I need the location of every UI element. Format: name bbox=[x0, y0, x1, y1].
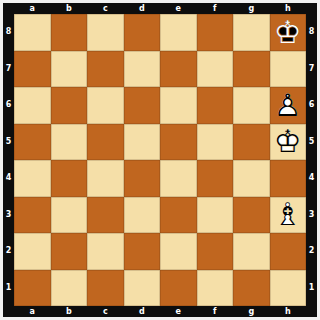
square-h5[interactable]: ♚♔ bbox=[270, 124, 307, 161]
square-a4[interactable] bbox=[14, 160, 51, 197]
square-b1[interactable] bbox=[51, 270, 88, 307]
piece-white-king[interactable]: ♚♔ bbox=[270, 124, 307, 161]
file-labels-bottom: abcdefgh bbox=[14, 306, 306, 317]
rank-label-left-4: 4 bbox=[3, 160, 14, 197]
square-f1[interactable] bbox=[197, 270, 234, 307]
file-label-bottom-f: f bbox=[197, 306, 234, 317]
square-a3[interactable] bbox=[14, 197, 51, 234]
square-f4[interactable] bbox=[197, 160, 234, 197]
square-c7[interactable] bbox=[87, 51, 124, 88]
rank-label-left-7: 7 bbox=[3, 51, 14, 88]
file-label-top-c: c bbox=[87, 3, 124, 14]
rank-label-left-2: 2 bbox=[3, 233, 14, 270]
square-d7[interactable] bbox=[124, 51, 161, 88]
square-g4[interactable] bbox=[233, 160, 270, 197]
white-bishop-glyph-detail: ♗ bbox=[274, 199, 302, 230]
file-label-bottom-b: b bbox=[51, 306, 88, 317]
square-g3[interactable] bbox=[233, 197, 270, 234]
file-label-bottom-c: c bbox=[87, 306, 124, 317]
square-b8[interactable] bbox=[51, 14, 88, 51]
piece-white-pawn[interactable]: ♟♙ bbox=[270, 87, 307, 124]
file-label-top-h: h bbox=[270, 3, 307, 14]
file-label-bottom-d: d bbox=[124, 306, 161, 317]
rank-label-right-3: 3 bbox=[306, 197, 317, 234]
square-b3[interactable] bbox=[51, 197, 88, 234]
square-e2[interactable] bbox=[160, 233, 197, 270]
square-b6[interactable] bbox=[51, 87, 88, 124]
file-label-bottom-e: e bbox=[160, 306, 197, 317]
square-d6[interactable] bbox=[124, 87, 161, 124]
square-g6[interactable] bbox=[233, 87, 270, 124]
rank-labels-right: 87654321 bbox=[306, 14, 317, 306]
square-a5[interactable] bbox=[14, 124, 51, 161]
square-g8[interactable] bbox=[233, 14, 270, 51]
square-a2[interactable] bbox=[14, 233, 51, 270]
square-e7[interactable] bbox=[160, 51, 197, 88]
rank-label-right-6: 6 bbox=[306, 87, 317, 124]
rank-labels-left: 87654321 bbox=[3, 14, 14, 306]
square-b7[interactable] bbox=[51, 51, 88, 88]
square-h1[interactable] bbox=[270, 270, 307, 307]
square-b4[interactable] bbox=[51, 160, 88, 197]
rank-label-right-4: 4 bbox=[306, 160, 317, 197]
square-a8[interactable] bbox=[14, 14, 51, 51]
square-f5[interactable] bbox=[197, 124, 234, 161]
rank-label-right-7: 7 bbox=[306, 51, 317, 88]
square-e3[interactable] bbox=[160, 197, 197, 234]
square-c8[interactable] bbox=[87, 14, 124, 51]
square-e4[interactable] bbox=[160, 160, 197, 197]
square-b2[interactable] bbox=[51, 233, 88, 270]
square-c1[interactable] bbox=[87, 270, 124, 307]
rank-label-right-1: 1 bbox=[306, 270, 317, 307]
file-label-top-e: e bbox=[160, 3, 197, 14]
square-g1[interactable] bbox=[233, 270, 270, 307]
square-h3[interactable]: ♝♗ bbox=[270, 197, 307, 234]
square-f6[interactable] bbox=[197, 87, 234, 124]
rank-label-right-5: 5 bbox=[306, 124, 317, 161]
square-h4[interactable] bbox=[270, 160, 307, 197]
file-label-bottom-g: g bbox=[233, 306, 270, 317]
piece-black-king[interactable]: ♚♔ bbox=[270, 14, 307, 51]
square-d5[interactable] bbox=[124, 124, 161, 161]
square-e6[interactable] bbox=[160, 87, 197, 124]
square-d1[interactable] bbox=[124, 270, 161, 307]
square-d8[interactable] bbox=[124, 14, 161, 51]
file-labels-top: abcdefgh bbox=[14, 3, 306, 14]
file-label-top-b: b bbox=[51, 3, 88, 14]
square-e5[interactable] bbox=[160, 124, 197, 161]
rank-label-left-6: 6 bbox=[3, 87, 14, 124]
square-g5[interactable] bbox=[233, 124, 270, 161]
black-king-glyph-detail: ♔ bbox=[274, 17, 302, 48]
square-e8[interactable] bbox=[160, 14, 197, 51]
square-c5[interactable] bbox=[87, 124, 124, 161]
square-h6[interactable]: ♟♙ bbox=[270, 87, 307, 124]
square-c4[interactable] bbox=[87, 160, 124, 197]
square-h2[interactable] bbox=[270, 233, 307, 270]
file-label-top-a: a bbox=[14, 3, 51, 14]
file-label-top-g: g bbox=[233, 3, 270, 14]
square-f2[interactable] bbox=[197, 233, 234, 270]
square-g7[interactable] bbox=[233, 51, 270, 88]
rank-label-right-2: 2 bbox=[306, 233, 317, 270]
board-grid: ♚♔♟♙♚♔♝♗ bbox=[14, 14, 306, 306]
square-h7[interactable] bbox=[270, 51, 307, 88]
square-d4[interactable] bbox=[124, 160, 161, 197]
square-c3[interactable] bbox=[87, 197, 124, 234]
square-f8[interactable] bbox=[197, 14, 234, 51]
file-label-top-f: f bbox=[197, 3, 234, 14]
rank-label-left-3: 3 bbox=[3, 197, 14, 234]
square-a7[interactable] bbox=[14, 51, 51, 88]
square-d2[interactable] bbox=[124, 233, 161, 270]
square-f7[interactable] bbox=[197, 51, 234, 88]
square-b5[interactable] bbox=[51, 124, 88, 161]
square-d3[interactable] bbox=[124, 197, 161, 234]
file-label-bottom-h: h bbox=[270, 306, 307, 317]
rank-label-left-5: 5 bbox=[3, 124, 14, 161]
rank-label-left-1: 1 bbox=[3, 270, 14, 307]
square-c6[interactable] bbox=[87, 87, 124, 124]
white-pawn-glyph-detail: ♙ bbox=[274, 90, 302, 121]
rank-label-left-8: 8 bbox=[3, 14, 14, 51]
square-a1[interactable] bbox=[14, 270, 51, 307]
square-e1[interactable] bbox=[160, 270, 197, 307]
piece-white-bishop[interactable]: ♝♗ bbox=[270, 197, 307, 234]
square-g2[interactable] bbox=[233, 233, 270, 270]
file-label-top-d: d bbox=[124, 3, 161, 14]
square-c2[interactable] bbox=[87, 233, 124, 270]
file-label-bottom-a: a bbox=[14, 306, 51, 317]
rank-label-right-8: 8 bbox=[306, 14, 317, 51]
chessboard-diagram: abcdefgh abcdefgh 87654321 87654321 ♚♔♟♙… bbox=[0, 0, 320, 320]
square-f3[interactable] bbox=[197, 197, 234, 234]
square-h8[interactable]: ♚♔ bbox=[270, 14, 307, 51]
white-king-glyph-detail: ♔ bbox=[274, 126, 302, 157]
square-a6[interactable] bbox=[14, 87, 51, 124]
